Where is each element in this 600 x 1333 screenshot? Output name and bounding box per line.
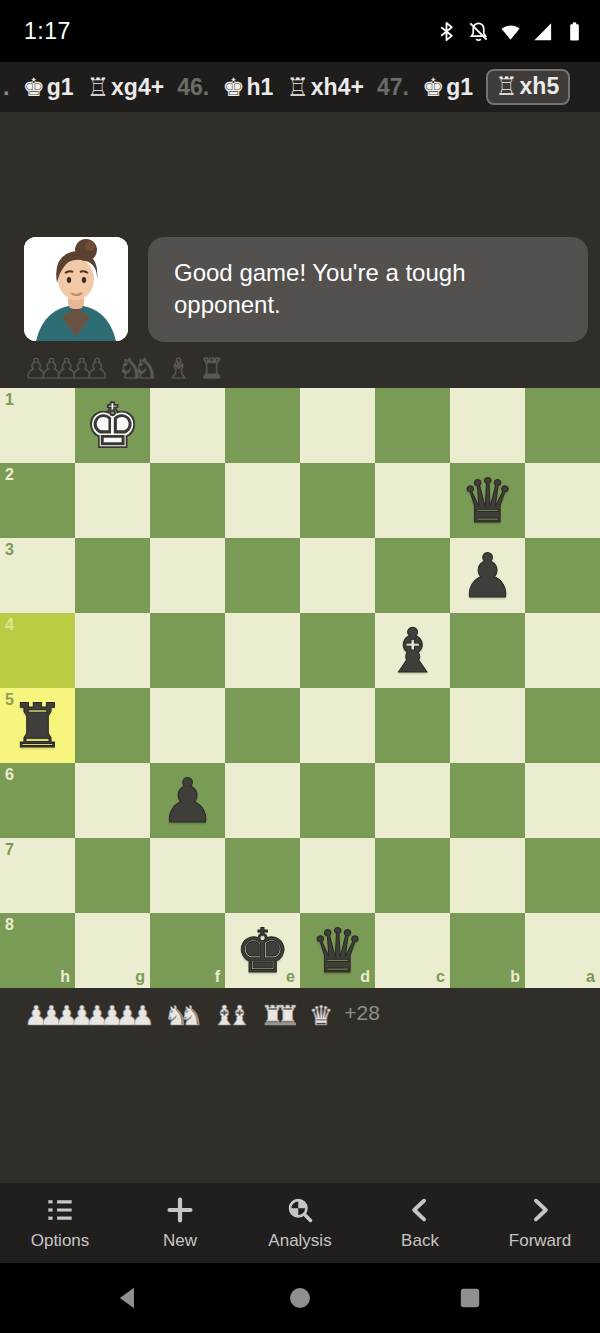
- nav-label: New: [163, 1231, 197, 1251]
- square-c6[interactable]: [375, 763, 450, 838]
- back-triangle-icon[interactable]: [115, 1285, 141, 1311]
- captured-group-knight: ♞♞: [164, 1002, 203, 1029]
- file-label-c: c: [436, 968, 445, 986]
- wifi-icon: [499, 20, 522, 43]
- captured-group-bishop: ♝: [167, 355, 191, 382]
- nav-label: Analysis: [268, 1231, 331, 1251]
- captured-pawn-icon: ♟: [85, 355, 109, 382]
- square-d1[interactable]: [300, 388, 375, 463]
- avatar-illustration: [24, 237, 128, 341]
- square-f7[interactable]: [150, 838, 225, 913]
- square-c8[interactable]: c: [375, 913, 450, 988]
- square-c7[interactable]: [375, 838, 450, 913]
- square-c1[interactable]: [375, 388, 450, 463]
- black-king[interactable]: ♚: [225, 913, 300, 988]
- square-h2[interactable]: 2: [0, 463, 75, 538]
- square-h5[interactable]: 5♜: [0, 688, 75, 763]
- captured-rook-icon: ♜: [276, 1002, 300, 1029]
- move-entry[interactable]: ♖xh4+: [286, 74, 364, 101]
- file-label-b: b: [510, 968, 520, 986]
- square-h4[interactable]: 4: [0, 613, 75, 688]
- square-b8[interactable]: b: [450, 913, 525, 988]
- status-bar: 1:17: [0, 0, 600, 62]
- black-rook[interactable]: ♜: [0, 688, 75, 763]
- white-rook-figurine-icon: ♖: [495, 74, 517, 99]
- move-entry-current[interactable]: ♖xh5: [486, 69, 570, 105]
- black-pawn[interactable]: ♟: [150, 763, 225, 838]
- captured-rook-icon: ♜: [200, 355, 224, 382]
- clock-time: 1:17: [24, 18, 71, 45]
- square-f2[interactable]: [150, 463, 225, 538]
- white-king-figurine-icon: ♚: [222, 75, 244, 100]
- captured-group-pawn: ♟♟♟♟♟♟♟♟: [24, 1002, 155, 1029]
- rank-label-8: 8: [5, 916, 14, 934]
- nav-label: Back: [401, 1231, 439, 1251]
- app-screen: 1:17 .♚g1♖xg4+46.♚h1♖xh4+47.♚g1♖xh5 Good…: [0, 0, 600, 1333]
- forward-button[interactable]: Forward: [480, 1183, 600, 1263]
- android-nav-bar: [0, 1263, 600, 1333]
- black-queen[interactable]: ♛: [300, 913, 375, 988]
- square-a5[interactable]: [525, 688, 600, 763]
- recents-square-icon[interactable]: [457, 1285, 483, 1311]
- square-a6[interactable]: [525, 763, 600, 838]
- square-g2[interactable]: [75, 463, 150, 538]
- analysis-icon: [286, 1196, 314, 1224]
- square-d4[interactable]: [300, 613, 375, 688]
- square-g4[interactable]: [75, 613, 150, 688]
- move-text: xg4+: [111, 74, 164, 101]
- nav-label: Forward: [509, 1231, 571, 1251]
- square-f4[interactable]: [150, 613, 225, 688]
- square-a3[interactable]: [525, 538, 600, 613]
- square-a4[interactable]: [525, 613, 600, 688]
- square-h7[interactable]: 7: [0, 838, 75, 913]
- chess-board[interactable]: 1♚2♛3♟4♝5♜6♟78hgfe♚d♛cba: [0, 388, 600, 988]
- captured-knight-icon: ♞: [179, 1002, 203, 1029]
- white-rook-figurine-icon: ♖: [286, 75, 308, 100]
- rank-label-7: 7: [5, 841, 14, 859]
- rank-label-1: 1: [5, 391, 14, 409]
- captured-group-rook: ♜: [200, 355, 224, 382]
- move-text: xh5: [520, 73, 560, 100]
- square-h8[interactable]: 8h: [0, 913, 75, 988]
- square-f6[interactable]: ♟: [150, 763, 225, 838]
- square-h1[interactable]: 1: [0, 388, 75, 463]
- square-b7[interactable]: [450, 838, 525, 913]
- white-rook-figurine-icon: ♖: [87, 75, 109, 100]
- move-entry[interactable]: ♚h1: [222, 74, 273, 101]
- black-queen[interactable]: ♛: [450, 463, 525, 538]
- captured-knight-icon: ♞: [133, 355, 157, 382]
- captured-pawn-icon: ♟: [131, 1002, 155, 1029]
- move-list-bar[interactable]: .♚g1♖xg4+46.♚h1♖xh4+47.♚g1♖xh5: [0, 62, 600, 112]
- file-label-g: g: [135, 968, 145, 986]
- move-overflow-text: .: [3, 74, 9, 101]
- square-d6[interactable]: [300, 763, 375, 838]
- square-b5[interactable]: [450, 688, 525, 763]
- square-b1[interactable]: [450, 388, 525, 463]
- opponent-avatar[interactable]: [24, 237, 128, 341]
- move-text: g1: [47, 74, 74, 101]
- square-a1[interactable]: [525, 388, 600, 463]
- captured-group-queen: ♛: [309, 1002, 333, 1029]
- back-button[interactable]: Back: [360, 1183, 480, 1263]
- square-e6[interactable]: [225, 763, 300, 838]
- file-label-h: h: [60, 968, 70, 986]
- square-f3[interactable]: [150, 538, 225, 613]
- square-f1[interactable]: [150, 388, 225, 463]
- square-b2[interactable]: ♛: [450, 463, 525, 538]
- file-label-a: a: [586, 968, 595, 986]
- square-d2[interactable]: [300, 463, 375, 538]
- options-button[interactable]: Options: [0, 1183, 120, 1263]
- square-b3[interactable]: ♟: [450, 538, 525, 613]
- new-button[interactable]: New: [120, 1183, 240, 1263]
- square-e8[interactable]: e♚: [225, 913, 300, 988]
- material-advantage: +28: [344, 1001, 380, 1029]
- battery-icon: [563, 20, 586, 43]
- captured-bishop-icon: ♝: [167, 355, 191, 382]
- square-g1[interactable]: ♚: [75, 388, 150, 463]
- move-text: h1: [247, 74, 274, 101]
- move-text: g1: [446, 74, 473, 101]
- white-king-figurine-icon: ♚: [422, 75, 444, 100]
- square-e3[interactable]: [225, 538, 300, 613]
- rank-label-2: 2: [5, 466, 14, 484]
- square-g3[interactable]: [75, 538, 150, 613]
- square-d7[interactable]: [300, 838, 375, 913]
- move-entry[interactable]: ♖xg4+: [87, 74, 165, 101]
- square-g5[interactable]: [75, 688, 150, 763]
- square-c3[interactable]: [375, 538, 450, 613]
- square-d5[interactable]: [300, 688, 375, 763]
- move-number: 47.: [377, 74, 409, 101]
- square-h6[interactable]: 6: [0, 763, 75, 838]
- captured-group-bishop: ♝♝: [212, 1002, 251, 1029]
- square-d3[interactable]: [300, 538, 375, 613]
- move-entry[interactable]: ♚g1: [422, 74, 473, 101]
- back-icon: [406, 1196, 434, 1224]
- square-c4[interactable]: ♝: [375, 613, 450, 688]
- square-a8[interactable]: a: [525, 913, 600, 988]
- captured-group-pawn: ♟♟♟♟♟: [24, 355, 109, 382]
- square-c2[interactable]: [375, 463, 450, 538]
- black-bishop[interactable]: ♝: [375, 613, 450, 688]
- square-a7[interactable]: [525, 838, 600, 913]
- forward-icon: [526, 1196, 554, 1224]
- chat-bubble: Good game! You're a tough opponent.: [148, 237, 588, 342]
- chat-message: Good game! You're a tough opponent.: [174, 257, 562, 322]
- black-pawn[interactable]: ♟: [450, 538, 525, 613]
- square-f8[interactable]: f: [150, 913, 225, 988]
- options-icon: [46, 1196, 74, 1224]
- square-d8[interactable]: d♛: [300, 913, 375, 988]
- captured-pieces-top: ♟♟♟♟♟♞♞♝♜: [24, 352, 224, 382]
- nav-label: Options: [31, 1231, 90, 1251]
- square-e4[interactable]: [225, 613, 300, 688]
- file-label-f: f: [215, 968, 220, 986]
- white-king[interactable]: ♚: [75, 388, 150, 463]
- square-f5[interactable]: [150, 688, 225, 763]
- rank-label-6: 6: [5, 766, 14, 784]
- analysis-button[interactable]: Analysis: [240, 1183, 360, 1263]
- move-text: xh4+: [311, 74, 364, 101]
- captured-bishop-icon: ♝: [227, 1002, 251, 1029]
- rank-label-4: 4: [5, 616, 14, 634]
- rank-label-3: 3: [5, 541, 14, 559]
- captured-group-knight: ♞♞: [118, 355, 157, 382]
- square-g8[interactable]: g: [75, 913, 150, 988]
- square-e2[interactable]: [225, 463, 300, 538]
- captured-group-rook: ♜♜: [261, 1002, 300, 1029]
- square-e7[interactable]: [225, 838, 300, 913]
- square-e5[interactable]: [225, 688, 300, 763]
- bluetooth-icon: [435, 20, 458, 43]
- square-g6[interactable]: [75, 763, 150, 838]
- square-b4[interactable]: [450, 613, 525, 688]
- square-b6[interactable]: [450, 763, 525, 838]
- home-circle-icon[interactable]: [287, 1285, 313, 1311]
- status-icons: [435, 20, 586, 43]
- square-g7[interactable]: [75, 838, 150, 913]
- move-number: 46.: [177, 74, 209, 101]
- white-king-figurine-icon: ♚: [22, 75, 44, 100]
- square-c5[interactable]: [375, 688, 450, 763]
- cell-signal-icon: [531, 20, 554, 43]
- game-toolbar: OptionsNewAnalysisBackForward: [0, 1183, 600, 1263]
- captured-pieces-bottom: ♟♟♟♟♟♟♟♟♞♞♝♝♜♜♛+28: [24, 999, 380, 1029]
- square-e1[interactable]: [225, 388, 300, 463]
- new-icon: [166, 1196, 194, 1224]
- captured-queen-icon: ♛: [309, 1002, 333, 1029]
- move-entry[interactable]: ♚g1: [22, 74, 73, 101]
- notifications-off-icon: [467, 20, 490, 43]
- square-a2[interactable]: [525, 463, 600, 538]
- square-h3[interactable]: 3: [0, 538, 75, 613]
